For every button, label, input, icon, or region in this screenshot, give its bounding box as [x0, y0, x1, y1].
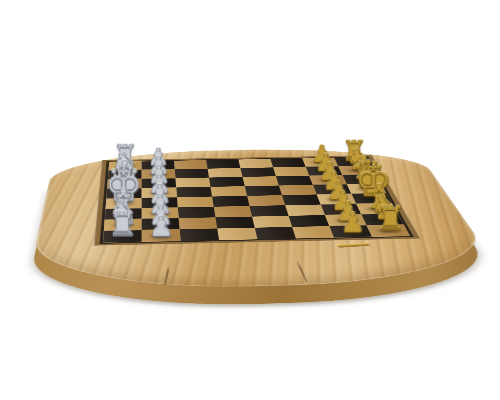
piece-silver-rook[interactable]: ♜	[108, 208, 138, 241]
piece-gold-pawn[interactable]: ♟	[340, 209, 365, 237]
square-r3c2[interactable]	[176, 187, 212, 197]
square-r4c4[interactable]	[247, 195, 285, 206]
board-perspective-wrapper: ♜♟♟♜♞♟♟♞♝♟♟♝♛♟♟♛♚♟♟♚♝♟♟♝♞♟♟♞♜♟♟♜	[26, 147, 500, 292]
square-r4c5[interactable]	[282, 194, 321, 205]
wood-crack	[164, 265, 171, 285]
chess-board[interactable]: ♜♟♟♜♞♟♟♞♝♟♟♝♛♟♟♛♚♟♟♚♝♟♟♝♞♟♟♞♜♟♟♜	[26, 147, 500, 292]
square-r5c5[interactable]	[285, 205, 325, 216]
square-r6c4[interactable]	[252, 216, 292, 228]
square-r6c2[interactable]	[179, 217, 218, 229]
square-r7c2[interactable]	[180, 228, 220, 241]
square-r4c3[interactable]	[212, 196, 249, 207]
square-r2c4[interactable]	[243, 176, 279, 186]
square-r2c5[interactable]	[276, 176, 313, 186]
square-r7c1[interactable]: ♟	[142, 229, 181, 242]
square-r7c7[interactable]: ♜	[367, 225, 410, 237]
square-r3c4[interactable]	[245, 186, 282, 196]
square-r4c2[interactable]	[177, 197, 214, 208]
square-r5c2[interactable]	[178, 207, 216, 218]
square-r7c3[interactable]	[217, 228, 257, 240]
square-r5c4[interactable]	[250, 205, 289, 216]
brand-plaque	[336, 242, 370, 247]
square-r7c5[interactable]	[292, 226, 334, 238]
wood-crack	[295, 260, 307, 282]
square-r7c6[interactable]: ♟	[329, 225, 372, 237]
square-r7c4[interactable]	[255, 227, 296, 239]
piece-gold-rook[interactable]: ♜	[376, 203, 405, 236]
piece-silver-pawn[interactable]: ♟	[149, 213, 174, 241]
board-grid[interactable]: ♜♟♟♜♞♟♟♞♝♟♟♝♛♟♟♛♚♟♟♚♝♟♟♝♞♟♟♞♜♟♟♜	[103, 157, 410, 243]
square-r5c3[interactable]	[214, 206, 252, 217]
square-r7c0[interactable]: ♜	[103, 230, 142, 243]
product-photo-scene: ♜♟♟♜♞♟♟♞♝♟♟♝♛♟♟♛♚♟♟♚♝♟♟♝♞♟♟♞♜♟♟♜	[0, 0, 500, 400]
square-r6c3[interactable]	[215, 217, 254, 229]
square-r6c5[interactable]	[289, 215, 330, 227]
